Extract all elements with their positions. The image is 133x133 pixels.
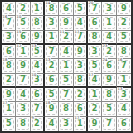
cell-digit: 6	[92, 19, 98, 27]
cell-digit: 7	[63, 91, 69, 99]
cell-digit: 5	[63, 76, 69, 84]
cell-r9c3[interactable]: 92	[31, 117, 45, 131]
cell-digit: 8	[77, 76, 83, 84]
cell-digit: 3	[34, 76, 40, 84]
cage-sum: 17	[2, 101, 8, 105]
cell-r9c9[interactable]: 6	[117, 117, 131, 131]
cell-digit: 1	[34, 5, 40, 13]
cell-r5c8[interactable]: 246	[102, 59, 116, 73]
cell-r2c1[interactable]: 167	[2, 16, 16, 30]
cage-sum: 13	[117, 87, 123, 91]
cell-r9c6[interactable]: 171	[74, 117, 88, 131]
cell-r7c3[interactable]: 6	[31, 88, 45, 102]
cell-digit: 2	[63, 33, 69, 41]
cage-sum: 12	[16, 44, 22, 48]
cell-r5c2[interactable]: 9	[16, 59, 30, 73]
cell-digit: 7	[49, 48, 55, 56]
cell-r8c9[interactable]: 4	[117, 102, 131, 116]
cage-sum: 10	[31, 73, 37, 77]
cage-sum: 18	[2, 58, 8, 62]
cell-r3c5[interactable]: 112	[59, 31, 73, 45]
cell-r6c3[interactable]: 103	[31, 74, 45, 88]
cell-r8c2[interactable]: 3	[16, 102, 30, 116]
cell-digit: 7	[106, 120, 112, 128]
cell-digit: 7	[6, 19, 12, 27]
cell-r4c3[interactable]: 135	[31, 45, 45, 59]
cell-digit: 1	[106, 19, 112, 27]
cell-r7c2[interactable]: 4	[16, 88, 30, 102]
cell-r8c7[interactable]: 2	[88, 102, 102, 116]
cage-sum: 13	[31, 44, 37, 48]
cage-sum: 14	[45, 1, 51, 5]
cell-digit: 7	[20, 76, 26, 84]
cage-sum: 18	[45, 101, 51, 105]
cell-digit: 5	[92, 62, 98, 70]
cell-digit: 3	[121, 91, 127, 99]
cell-r5c6[interactable]: 3	[74, 59, 88, 73]
cell-r8c1[interactable]: 171	[2, 102, 16, 116]
cell-r6c6[interactable]: 8	[74, 74, 88, 88]
cell-digit: 3	[77, 62, 83, 70]
cell-digit: 6	[63, 5, 69, 13]
cell-digit: 4	[77, 19, 83, 27]
cell-digit: 9	[34, 33, 40, 41]
cell-digit: 4	[106, 33, 112, 41]
cell-digit: 5	[121, 33, 127, 41]
cell-digit: 8	[92, 33, 98, 41]
cell-r4c7[interactable]: 3	[88, 45, 102, 59]
cell-digit: 2	[121, 19, 127, 27]
cell-r3c6[interactable]: 177	[74, 31, 88, 45]
cell-r9c7[interactable]: 9	[88, 117, 102, 131]
cage-sum: 20	[88, 1, 94, 5]
cell-digit: 9	[92, 120, 98, 128]
cell-digit: 7	[121, 62, 127, 70]
cell-digit: 9	[63, 19, 69, 27]
cell-digit: 9	[20, 62, 26, 70]
cell-digit: 3	[20, 105, 26, 113]
cell-digit: 9	[121, 5, 127, 13]
cell-digit: 3	[106, 5, 112, 13]
cell-r2c9[interactable]: 2	[117, 16, 131, 30]
cell-r6c2[interactable]: 7	[16, 74, 30, 88]
cage-sum: 17	[88, 73, 94, 77]
cell-r2c3[interactable]: 8	[31, 16, 45, 30]
cell-r7c5[interactable]: 7	[59, 88, 73, 102]
sudoku-app: 4211486520739167105839461231569111217784…	[0, 0, 133, 133]
cage-sum: 16	[117, 58, 123, 62]
cell-r6c7[interactable]: 174	[88, 74, 102, 88]
cell-r9c4[interactable]: 4	[45, 117, 59, 131]
cell-r7c7[interactable]: 1	[88, 88, 102, 102]
cell-r1c4[interactable]: 148	[45, 2, 59, 16]
cell-digit: 9	[77, 48, 83, 56]
cell-digit: 8	[20, 120, 26, 128]
cell-digit: 1	[49, 33, 55, 41]
cell-r4c2[interactable]: 121	[16, 45, 30, 59]
cage-sum: 17	[74, 30, 80, 34]
cell-digit: 7	[92, 5, 98, 13]
cell-r6c5[interactable]: 5	[59, 74, 73, 88]
cell-digit: 2	[20, 5, 26, 13]
cell-r8c5[interactable]: 8	[59, 102, 73, 116]
cage-sum: 15	[16, 30, 22, 34]
cell-r5c9[interactable]: 167	[117, 59, 131, 73]
cell-digit: 9	[106, 76, 112, 84]
cell-r9c2[interactable]: 8	[16, 117, 30, 131]
cage-sum: 13	[45, 58, 51, 62]
cell-digit: 3	[92, 48, 98, 56]
cell-digit: 4	[63, 48, 69, 56]
cage-sum: 17	[74, 116, 80, 120]
cell-r9c8[interactable]: 7	[102, 117, 116, 131]
cell-digit: 3	[6, 33, 12, 41]
cell-r1c3[interactable]: 1	[31, 2, 45, 16]
cell-digit: 6	[49, 76, 55, 84]
cell-r2c8[interactable]: 1	[102, 16, 116, 30]
cell-digit: 4	[121, 105, 127, 113]
cell-digit: 2	[92, 105, 98, 113]
cell-digit: 8	[49, 5, 55, 13]
cell-digit: 8	[121, 48, 127, 56]
cage-sum: 10	[16, 15, 22, 19]
cell-r7c9[interactable]: 133	[117, 88, 131, 102]
cell-digit: 4	[92, 76, 98, 84]
cell-digit: 6	[6, 48, 12, 56]
cell-r7c6[interactable]: 2	[74, 88, 88, 102]
cell-r8c8[interactable]: 5	[102, 102, 116, 116]
cell-r7c8[interactable]: 8	[102, 88, 116, 102]
cell-digit: 6	[121, 120, 127, 128]
cell-digit: 2	[77, 91, 83, 99]
cage-sum: 11	[59, 30, 65, 34]
cell-digit: 1	[77, 120, 83, 128]
cell-digit: 2	[49, 62, 55, 70]
cell-digit: 3	[49, 19, 55, 27]
cell-r6c4[interactable]: 6	[45, 74, 59, 88]
cell-r1c9[interactable]: 9	[117, 2, 131, 16]
cell-r9c1[interactable]: 5	[2, 117, 16, 131]
cell-digit: 7	[34, 105, 40, 113]
cell-digit: 3	[63, 120, 69, 128]
cell-r6c1[interactable]: 2	[2, 74, 16, 88]
sudoku-board: 4211486520739167105839461231569111217784…	[0, 0, 133, 133]
cell-r9c5[interactable]: 3	[59, 117, 73, 131]
cell-r1c6[interactable]: 5	[74, 2, 88, 16]
cage-sum: 23	[102, 44, 108, 48]
cell-r8c4[interactable]: 189	[45, 102, 59, 116]
cell-r6c8[interactable]: 9	[102, 74, 116, 88]
cell-r2c4[interactable]: 3	[45, 16, 59, 30]
cell-digit: 8	[63, 105, 69, 113]
cell-r5c1[interactable]: 188	[2, 59, 16, 73]
cell-r4c5[interactable]: 4	[59, 45, 73, 59]
cell-digit: 1	[6, 105, 12, 113]
cell-digit: 6	[34, 91, 40, 99]
cell-r1c5[interactable]: 6	[59, 2, 73, 16]
cell-digit: 4	[6, 5, 12, 13]
cell-digit: 6	[106, 62, 112, 70]
cage-sum: 16	[2, 15, 8, 19]
cell-digit: 4	[34, 62, 40, 70]
cell-digit: 2	[106, 48, 112, 56]
cell-digit: 1	[20, 48, 26, 56]
cell-r5c4[interactable]: 132	[45, 59, 59, 73]
cell-digit: 4	[49, 120, 55, 128]
cage-sum: 9	[31, 116, 34, 120]
cell-r1c8[interactable]: 3	[102, 2, 116, 16]
cell-digit: 5	[20, 19, 26, 27]
cell-digit: 8	[34, 19, 40, 27]
cell-digit: 7	[77, 33, 83, 41]
cell-digit: 5	[34, 48, 40, 56]
cell-digit: 2	[34, 120, 40, 128]
cell-digit: 2	[6, 76, 12, 84]
cell-r3c1[interactable]: 3	[2, 31, 16, 45]
cell-digit: 8	[6, 62, 12, 70]
cage-sum: 24	[102, 58, 108, 62]
cell-digit: 5	[49, 91, 55, 99]
cell-digit: 4	[20, 91, 26, 99]
cell-r5c5[interactable]: 1	[59, 59, 73, 73]
cell-digit: 9	[49, 105, 55, 113]
cell-digit: 6	[77, 105, 83, 113]
cell-digit: 1	[121, 76, 127, 84]
cell-digit: 5	[106, 105, 112, 113]
cell-r4c6[interactable]: 9	[74, 45, 88, 59]
cell-r2c7[interactable]: 6	[88, 16, 102, 30]
cell-r3c7[interactable]: 8	[88, 31, 102, 45]
cell-digit: 9	[6, 91, 12, 99]
cell-r3c4[interactable]: 1	[45, 31, 59, 45]
cell-digit: 1	[63, 62, 69, 70]
cell-digit: 1	[92, 91, 98, 99]
cell-digit: 8	[106, 91, 112, 99]
cell-r3c9[interactable]: 5	[117, 31, 131, 45]
cell-digit: 5	[77, 5, 83, 13]
cell-digit: 6	[20, 33, 26, 41]
cell-digit: 5	[6, 120, 12, 128]
cell-r1c7[interactable]: 207	[88, 2, 102, 16]
